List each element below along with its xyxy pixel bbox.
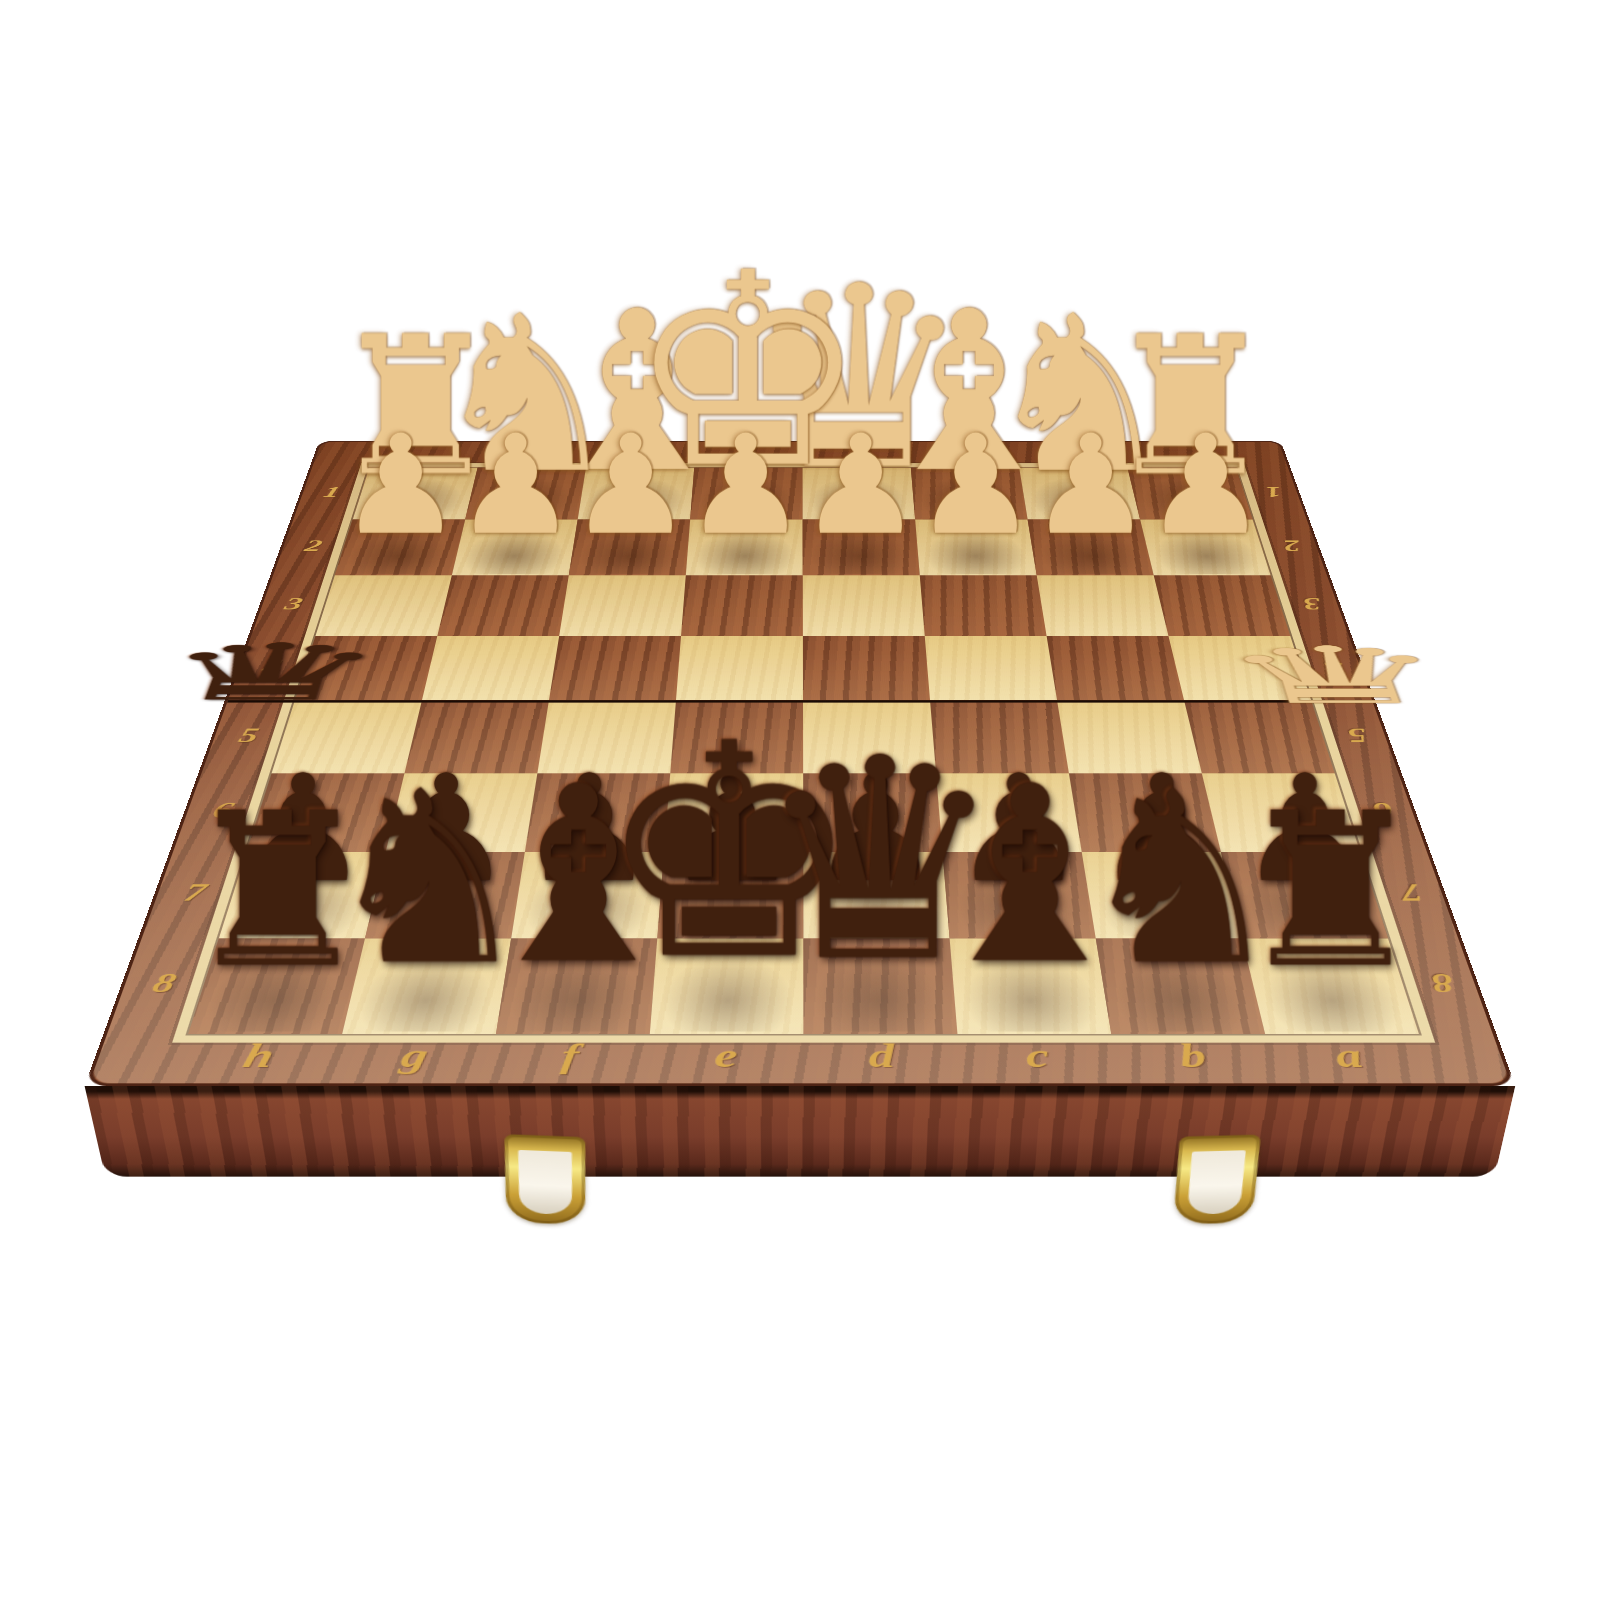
board-box: ♜♞♝♚♛♝♞♜♟♟♟♟♟♟♟♟♟♟♟♟♟♟♟♟♜♞♝♚♛♝♞♜ 1122334… — [85, 441, 1516, 1086]
square-c2: ♟ — [915, 519, 1037, 575]
rank-label-left-1: 1 — [306, 483, 357, 500]
brass-clasp-right — [1173, 1135, 1261, 1225]
file-label-d: d — [838, 1036, 925, 1075]
white-pawn-c2: ♟ — [914, 422, 1037, 549]
square-b3 — [1037, 575, 1169, 636]
white-pawn-e2: ♟ — [684, 422, 807, 549]
square-f2: ♟ — [569, 519, 690, 575]
white-pawn-h2: ♟ — [338, 422, 461, 549]
rank-label-left-3: 3 — [266, 594, 322, 614]
square-f8: ♝ — [496, 938, 657, 1033]
square-d3 — [803, 575, 925, 636]
black-bishop-c8: ♝ — [920, 764, 1139, 988]
square-e3 — [681, 575, 803, 636]
play-area: ♜♞♝♚♛♝♞♜♟♟♟♟♟♟♟♟♟♟♟♟♟♟♟♟♜♞♝♚♛♝♞♜ — [188, 468, 1419, 1034]
white-spare-queen: ♛ — [1211, 640, 1467, 712]
black-spare-queen: ♛ — [140, 637, 395, 709]
square-b2: ♟ — [1028, 519, 1154, 575]
square-g3 — [437, 575, 568, 636]
white-pawn-g2: ♟ — [453, 422, 576, 549]
file-label-a: a — [1300, 1036, 1397, 1075]
square-f3 — [559, 575, 686, 636]
box-front-face — [85, 1086, 1516, 1177]
rank-label-right-1: 1 — [1248, 483, 1299, 500]
rank-label-right-2: 2 — [1265, 536, 1318, 554]
square-a2: ♟ — [1140, 519, 1271, 575]
rank-label-right-3: 3 — [1284, 594, 1340, 614]
square-b4 — [1047, 636, 1185, 702]
scene: ♜♞♝♚♛♝♞♜♟♟♟♟♟♟♟♟♟♟♟♟♟♟♟♟♜♞♝♚♛♝♞♜ 1122334… — [0, 0, 1600, 1600]
square-d2: ♟ — [803, 519, 920, 575]
square-g2: ♟ — [452, 519, 578, 575]
white-pawn-f2: ♟ — [569, 422, 692, 549]
board-top-surface: ♜♞♝♚♛♝♞♜♟♟♟♟♟♟♟♟♟♟♟♟♟♟♟♟♜♞♝♚♛♝♞♜ 1122334… — [85, 441, 1516, 1086]
file-label-g: g — [368, 1036, 461, 1075]
rank-label-left-2: 2 — [287, 536, 340, 554]
file-label-h: h — [210, 1036, 307, 1075]
square-c8: ♝ — [950, 938, 1112, 1033]
square-g4 — [422, 636, 560, 702]
black-bishop-f8: ♝ — [469, 764, 688, 988]
square-e2: ♟ — [686, 519, 803, 575]
white-pawn-b2: ♟ — [1029, 422, 1152, 549]
square-h2: ♟ — [335, 519, 465, 575]
file-label-e: e — [682, 1036, 769, 1075]
white-pawn-d2: ♟ — [799, 422, 922, 549]
square-c3 — [920, 575, 1047, 636]
brass-clasp-left — [504, 1134, 585, 1225]
file-label-f: f — [525, 1036, 615, 1075]
square-a3 — [1154, 575, 1291, 636]
file-label-b: b — [1146, 1036, 1240, 1075]
product-photo: ♜♞♝♚♛♝♞♜♟♟♟♟♟♟♟♟♟♟♟♟♟♟♟♟♜♞♝♚♛♝♞♜ 1122334… — [0, 0, 1600, 1600]
square-c4 — [925, 636, 1058, 702]
file-label-c: c — [992, 1036, 1083, 1075]
